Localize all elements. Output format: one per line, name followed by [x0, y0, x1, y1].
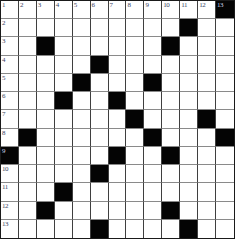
cell-r6-c2[interactable]: [19, 92, 37, 110]
cell-r12-c4[interactable]: [55, 202, 73, 220]
cell-r8-c1[interactable]: 8: [1, 129, 19, 147]
cell-r5-c10[interactable]: [162, 74, 180, 92]
cell-r1-c3[interactable]: 3: [37, 1, 55, 19]
cell-r13-c7[interactable]: [109, 220, 127, 238]
cell-label: 3: [38, 1, 41, 9]
cell-r8-c9: [144, 129, 162, 147]
cell-r4-c10[interactable]: [162, 56, 180, 74]
cell-r5-c11[interactable]: [180, 74, 198, 92]
cell-label: 6: [92, 1, 95, 9]
cell-r7-c3[interactable]: [37, 110, 55, 128]
cell-label: 4: [2, 56, 5, 64]
cell-r8-c6[interactable]: [91, 129, 109, 147]
cell-r12-c7[interactable]: [109, 202, 127, 220]
cell-r4-c8[interactable]: [126, 56, 144, 74]
cell-r8-c4[interactable]: [55, 129, 73, 147]
cell-r3-c7[interactable]: [109, 37, 127, 55]
cell-r11-c9[interactable]: [144, 183, 162, 201]
cell-label: 4: [56, 1, 59, 9]
cell-r5-c1[interactable]: 5: [1, 74, 19, 92]
cell-label: 13: [217, 1, 223, 9]
cell-r7-c6[interactable]: [91, 110, 109, 128]
cell-label: 10: [2, 165, 8, 173]
cell-r1-c1[interactable]: 1: [1, 1, 19, 19]
cell-r7-c8: [126, 110, 144, 128]
cell-r9-c1: 9: [1, 147, 19, 165]
cell-r11-c3[interactable]: [37, 183, 55, 201]
cell-r10-c1[interactable]: 10: [1, 165, 19, 183]
cell-r9-c11[interactable]: [180, 147, 198, 165]
cell-label: 5: [2, 74, 5, 82]
cell-r8-c7[interactable]: [109, 129, 127, 147]
cell-r12-c11[interactable]: [180, 202, 198, 220]
cell-r9-c12[interactable]: [198, 147, 216, 165]
cell-label: 3: [2, 37, 5, 45]
cell-r6-c6[interactable]: [91, 92, 109, 110]
cell-r12-c9[interactable]: [144, 202, 162, 220]
cell-label: 7: [110, 1, 113, 9]
cell-label: 8: [127, 1, 130, 9]
cell-r1-c10[interactable]: 10: [162, 1, 180, 19]
cell-r11-c13[interactable]: [216, 183, 234, 201]
cell-r5-c9: [144, 74, 162, 92]
cell-r3-c13[interactable]: [216, 37, 234, 55]
cell-label: 7: [2, 110, 5, 118]
cell-r10-c13[interactable]: [216, 165, 234, 183]
cell-label: 12: [2, 202, 8, 210]
cell-r1-c8[interactable]: 8: [126, 1, 144, 19]
cell-r1-c9[interactable]: 9: [144, 1, 162, 19]
cell-r8-c13: [216, 129, 234, 147]
cell-r13-c5[interactable]: [73, 220, 91, 238]
cell-r12-c1[interactable]: 12: [1, 202, 19, 220]
cell-r4-c2[interactable]: [19, 56, 37, 74]
cell-r11-c4: [55, 183, 73, 201]
cell-r9-c4[interactable]: [55, 147, 73, 165]
cell-r11-c11[interactable]: [180, 183, 198, 201]
cell-r4-c6: [91, 56, 109, 74]
cell-r10-c7[interactable]: [109, 165, 127, 183]
cell-label: 9: [145, 1, 148, 9]
cell-r6-c13[interactable]: [216, 92, 234, 110]
cell-r2-c12[interactable]: [198, 19, 216, 37]
cell-r1-c6[interactable]: 6: [91, 1, 109, 19]
cell-r9-c6[interactable]: [91, 147, 109, 165]
cell-r13-c9[interactable]: [144, 220, 162, 238]
cell-r6-c3[interactable]: [37, 92, 55, 110]
cell-r4-c5[interactable]: [73, 56, 91, 74]
cell-label: 12: [199, 1, 205, 9]
cell-r5-c6[interactable]: [91, 74, 109, 92]
cell-r7-c9[interactable]: [144, 110, 162, 128]
cell-r6-c4: [55, 92, 73, 110]
cell-r10-c5[interactable]: [73, 165, 91, 183]
cell-r7-c7[interactable]: [109, 110, 127, 128]
cell-r2-c5[interactable]: [73, 19, 91, 37]
cell-r1-c2[interactable]: 2: [19, 1, 37, 19]
cell-r1-c11[interactable]: 11: [180, 1, 198, 19]
cell-r13-c2[interactable]: [19, 220, 37, 238]
cell-r12-c5[interactable]: [73, 202, 91, 220]
cell-r3-c5[interactable]: [73, 37, 91, 55]
cell-r3-c6[interactable]: [91, 37, 109, 55]
cell-r10-c10[interactable]: [162, 165, 180, 183]
cell-r8-c10[interactable]: [162, 129, 180, 147]
cell-r11-c12[interactable]: [198, 183, 216, 201]
cell-r3-c1[interactable]: 3: [1, 37, 19, 55]
cell-r13-c6: [91, 220, 109, 238]
cell-r5-c3[interactable]: [37, 74, 55, 92]
cell-r8-c12[interactable]: [198, 129, 216, 147]
cell-r8-c11[interactable]: [180, 129, 198, 147]
cell-r1-c13: 13: [216, 1, 234, 19]
cell-r2-c13[interactable]: [216, 19, 234, 37]
cell-r13-c13[interactable]: [216, 220, 234, 238]
cell-r4-c1[interactable]: 4: [1, 56, 19, 74]
cell-r9-c3[interactable]: [37, 147, 55, 165]
cell-r2-c9[interactable]: [144, 19, 162, 37]
cell-r7-c13[interactable]: [216, 110, 234, 128]
cell-r10-c2[interactable]: [19, 165, 37, 183]
cell-r2-c7[interactable]: [109, 19, 127, 37]
cell-r6-c12[interactable]: [198, 92, 216, 110]
cell-r13-c8[interactable]: [126, 220, 144, 238]
cell-r6-c5[interactable]: [73, 92, 91, 110]
cell-r3-c4[interactable]: [55, 37, 73, 55]
cell-r8-c2: [19, 129, 37, 147]
cell-label: 13: [2, 220, 8, 228]
cell-r3-c9[interactable]: [144, 37, 162, 55]
cell-r13-c1[interactable]: 13: [1, 220, 19, 238]
cell-r6-c1[interactable]: 6: [1, 92, 19, 110]
cell-r9-c13[interactable]: [216, 147, 234, 165]
cell-r10-c3[interactable]: [37, 165, 55, 183]
cell-r2-c4[interactable]: [55, 19, 73, 37]
cell-r2-c11: [180, 19, 198, 37]
cell-r6-c11[interactable]: [180, 92, 198, 110]
cell-r3-c3: [37, 37, 55, 55]
cell-label: 6: [2, 92, 5, 100]
cell-r4-c9[interactable]: [144, 56, 162, 74]
cell-r8-c3[interactable]: [37, 129, 55, 147]
cell-r7-c4[interactable]: [55, 110, 73, 128]
cell-r3-c10: [162, 37, 180, 55]
cell-r3-c8[interactable]: [126, 37, 144, 55]
cell-r2-c3[interactable]: [37, 19, 55, 37]
cell-r10-c12[interactable]: [198, 165, 216, 183]
cell-r12-c13[interactable]: [216, 202, 234, 220]
cell-r11-c8[interactable]: [126, 183, 144, 201]
cell-r6-c8[interactable]: [126, 92, 144, 110]
cell-r7-c12: [198, 110, 216, 128]
cell-r12-c6[interactable]: [91, 202, 109, 220]
cell-r2-c8[interactable]: [126, 19, 144, 37]
cell-label: 2: [2, 19, 5, 27]
cell-label: 9: [2, 147, 5, 155]
cell-r1-c5[interactable]: 5: [73, 1, 91, 19]
cell-r4-c12[interactable]: [198, 56, 216, 74]
cell-r6-c7: [109, 92, 127, 110]
cell-r9-c10: [162, 147, 180, 165]
cell-r5-c8[interactable]: [126, 74, 144, 92]
cell-r12-c8[interactable]: [126, 202, 144, 220]
cell-r10-c11[interactable]: [180, 165, 198, 183]
cell-r3-c12[interactable]: [198, 37, 216, 55]
cell-r6-c10[interactable]: [162, 92, 180, 110]
cell-r13-c12[interactable]: [198, 220, 216, 238]
cell-r9-c5[interactable]: [73, 147, 91, 165]
cell-r11-c2[interactable]: [19, 183, 37, 201]
cell-r3-c2[interactable]: [19, 37, 37, 55]
cell-r2-c1[interactable]: 2: [1, 19, 19, 37]
cell-r9-c7: [109, 147, 127, 165]
cell-r10-c9[interactable]: [144, 165, 162, 183]
cell-r5-c4[interactable]: [55, 74, 73, 92]
cell-r7-c11[interactable]: [180, 110, 198, 128]
cell-r7-c5[interactable]: [73, 110, 91, 128]
cell-r8-c5[interactable]: [73, 129, 91, 147]
cell-r2-c2[interactable]: [19, 19, 37, 37]
cell-r1-c4[interactable]: 4: [55, 1, 73, 19]
cell-r8-c8[interactable]: [126, 129, 144, 147]
cell-r13-c3[interactable]: [37, 220, 55, 238]
cell-r3-c11[interactable]: [180, 37, 198, 55]
cell-r11-c5[interactable]: [73, 183, 91, 201]
cell-r13-c10[interactable]: [162, 220, 180, 238]
cell-label: 8: [2, 129, 5, 137]
cell-r6-c9[interactable]: [144, 92, 162, 110]
cell-r4-c4[interactable]: [55, 56, 73, 74]
cell-label: 11: [181, 1, 187, 9]
cell-label: 1: [2, 1, 5, 9]
cell-r12-c3: [37, 202, 55, 220]
cell-label: 11: [2, 183, 8, 191]
cell-r2-c6[interactable]: [91, 19, 109, 37]
cell-r5-c12[interactable]: [198, 74, 216, 92]
cell-r1-c7[interactable]: 7: [109, 1, 127, 19]
cell-r4-c7[interactable]: [109, 56, 127, 74]
cell-r10-c4[interactable]: [55, 165, 73, 183]
cell-r5-c13[interactable]: [216, 74, 234, 92]
cell-label: 5: [74, 1, 77, 9]
cell-r13-c11: [180, 220, 198, 238]
cell-r5-c5: [73, 74, 91, 92]
cell-r13-c4[interactable]: [55, 220, 73, 238]
cell-r9-c8[interactable]: [126, 147, 144, 165]
cell-r11-c7[interactable]: [109, 183, 127, 201]
cell-label: 2: [20, 1, 23, 9]
cell-r2-c10[interactable]: [162, 19, 180, 37]
cell-label: 10: [163, 1, 169, 9]
cell-r10-c8[interactable]: [126, 165, 144, 183]
cell-r11-c6[interactable]: [91, 183, 109, 201]
cell-r9-c9[interactable]: [144, 147, 162, 165]
cell-r4-c13[interactable]: [216, 56, 234, 74]
cell-r12-c10: [162, 202, 180, 220]
cell-r12-c12[interactable]: [198, 202, 216, 220]
cell-r9-c2[interactable]: [19, 147, 37, 165]
cell-r11-c10[interactable]: [162, 183, 180, 201]
cell-r1-c12[interactable]: 12: [198, 1, 216, 19]
cell-r7-c1[interactable]: 7: [1, 110, 19, 128]
cell-r5-c7[interactable]: [109, 74, 127, 92]
crossword-grid: 123456789101112132345678910111213: [0, 0, 235, 239]
cell-r4-c3[interactable]: [37, 56, 55, 74]
cell-r10-c6: [91, 165, 109, 183]
cell-r12-c2[interactable]: [19, 202, 37, 220]
cell-r7-c2[interactable]: [19, 110, 37, 128]
cell-r4-c11[interactable]: [180, 56, 198, 74]
cell-r7-c10[interactable]: [162, 110, 180, 128]
cell-r11-c1[interactable]: 11: [1, 183, 19, 201]
cell-r5-c2[interactable]: [19, 74, 37, 92]
